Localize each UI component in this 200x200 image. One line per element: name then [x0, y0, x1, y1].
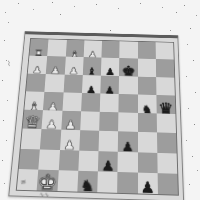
- square-b1[interactable]: ♚: [37, 169, 58, 191]
- square-f6[interactable]: [119, 76, 138, 95]
- square-e2[interactable]: ♟: [98, 151, 118, 172]
- square-g6[interactable]: [138, 76, 157, 95]
- square-h8[interactable]: [155, 42, 173, 59]
- black-knight-d1: ♞: [80, 180, 95, 193]
- square-c1[interactable]: [57, 170, 78, 192]
- square-c5[interactable]: [62, 92, 82, 111]
- square-h2[interactable]: [157, 152, 177, 173]
- film-grain-noise: [0, 0, 1, 1]
- square-h1[interactable]: [157, 173, 178, 195]
- square-f4[interactable]: [118, 112, 137, 132]
- chessboard-photo: ♜♝♟♟♟♟♝♟♚♟♟♝♟♞♛♛♟♟♟♟♟♚♞♟ ≋ ∿∿ ⌇: [0, 0, 200, 200]
- square-f1[interactable]: [117, 172, 137, 194]
- square-g1[interactable]: ♟: [138, 172, 158, 194]
- square-d7[interactable]: ♝: [83, 57, 102, 75]
- square-a6[interactable]: [26, 73, 46, 91]
- square-c7[interactable]: ♟: [64, 57, 83, 75]
- square-c3[interactable]: ♟: [60, 130, 80, 150]
- square-a5[interactable]: ♝: [24, 91, 44, 110]
- square-h7[interactable]: [156, 59, 175, 77]
- chessboard: ♜♝♟♟♟♟♝♟♚♟♟♝♟♞♛♛♟♟♟♟♟♚♞♟: [16, 38, 179, 196]
- square-e3[interactable]: [99, 131, 119, 151]
- board-perspective-wrap: ♜♝♟♟♟♟♝♟♚♟♟♝♟♞♛♛♟♟♟♟♟♚♞♟ ≋ ∿∿ ⌇: [5, 0, 195, 200]
- square-h6[interactable]: [156, 77, 175, 96]
- square-f8[interactable]: [119, 41, 137, 58]
- square-d5[interactable]: [81, 93, 100, 112]
- square-a8[interactable]: ♜: [29, 39, 48, 56]
- square-a4[interactable]: ♛: [23, 110, 44, 130]
- board-frame: ♜♝♟♟♟♟♝♟♚♟♟♝♟♞♛♛♟♟♟♟♟♚♞♟ ≋ ∿∿: [8, 31, 184, 200]
- square-f7[interactable]: ♚: [119, 58, 137, 76]
- square-e7[interactable]: ♟: [101, 58, 120, 76]
- square-a7[interactable]: ♟: [28, 56, 48, 74]
- square-c2[interactable]: [58, 150, 79, 171]
- square-f3[interactable]: ♟: [118, 132, 138, 152]
- square-b4[interactable]: ♟: [42, 110, 62, 130]
- square-g2[interactable]: [138, 152, 158, 173]
- square-b8[interactable]: [47, 39, 66, 56]
- square-e8[interactable]: [101, 41, 119, 58]
- square-d2[interactable]: [78, 150, 98, 171]
- square-g3[interactable]: [138, 132, 158, 152]
- square-f2[interactable]: [118, 151, 138, 172]
- white-king-b1: ♚: [37, 173, 58, 192]
- square-d3[interactable]: [79, 130, 99, 150]
- black-pawn-g1: ♟: [140, 182, 154, 195]
- square-c6[interactable]: [63, 74, 82, 93]
- left-margin-marking-icon: ⌇: [5, 60, 13, 69]
- square-d6[interactable]: ♟: [82, 75, 101, 94]
- square-b6[interactable]: [45, 74, 65, 92]
- square-b7[interactable]: ♟: [46, 56, 65, 74]
- square-c4[interactable]: ♟: [61, 111, 81, 131]
- square-f5[interactable]: [119, 94, 138, 113]
- square-a3[interactable]: [21, 129, 42, 149]
- square-g7[interactable]: [138, 59, 156, 77]
- square-g5[interactable]: ♞: [138, 94, 157, 113]
- square-e1[interactable]: [97, 171, 117, 193]
- square-h4[interactable]: [156, 113, 176, 133]
- square-g8[interactable]: [138, 42, 156, 59]
- square-d1[interactable]: ♞: [77, 171, 98, 193]
- square-e4[interactable]: [99, 112, 118, 132]
- square-b3[interactable]: [40, 129, 61, 149]
- square-g4[interactable]: [138, 113, 157, 133]
- square-c8[interactable]: ♝: [65, 40, 84, 57]
- square-e5[interactable]: [100, 93, 119, 112]
- square-a2[interactable]: [19, 148, 40, 169]
- square-d8[interactable]: ♟: [83, 40, 102, 57]
- square-d4[interactable]: [80, 111, 100, 131]
- square-b5[interactable]: ♟: [43, 92, 63, 111]
- square-h3[interactable]: [157, 133, 177, 153]
- square-e6[interactable]: ♟: [100, 75, 119, 94]
- square-h5[interactable]: ♛: [156, 95, 175, 114]
- square-a1[interactable]: [17, 169, 39, 191]
- square-b2[interactable]: [39, 149, 60, 170]
